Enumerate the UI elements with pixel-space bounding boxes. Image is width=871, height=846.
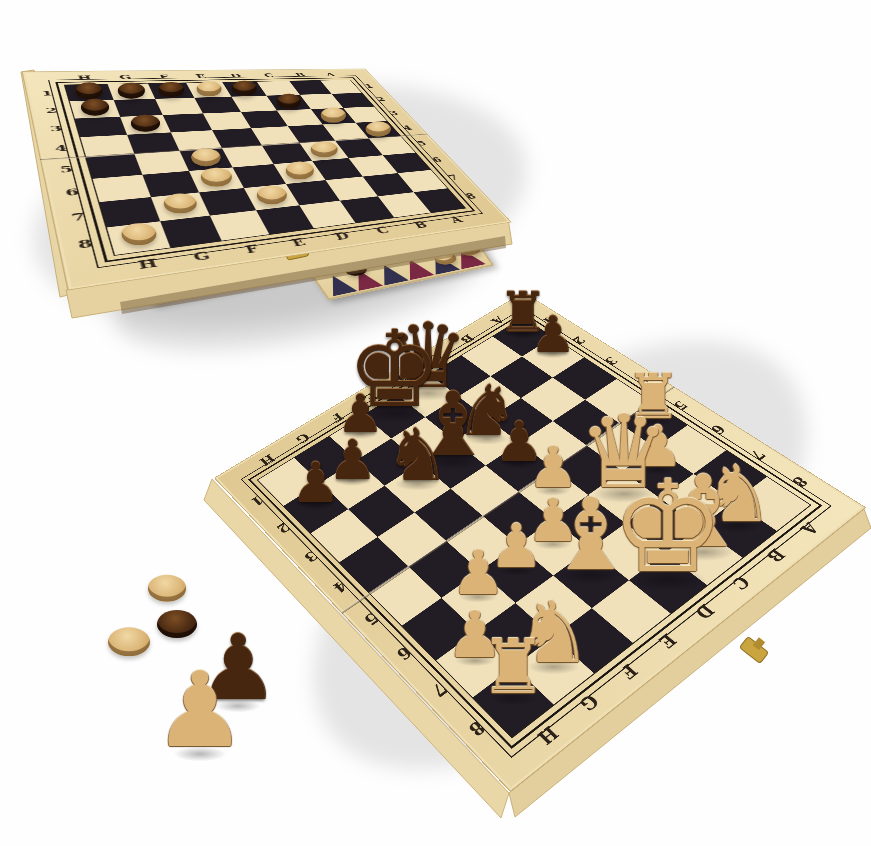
piece-ground-shadow xyxy=(173,746,226,761)
coordinate-label: 1 xyxy=(28,85,66,102)
loose-checker-disc-dark[interactable] xyxy=(157,610,197,638)
chess-grid xyxy=(258,318,810,737)
coordinate-label: H xyxy=(61,72,107,84)
pawn-glyph: ♟ xyxy=(153,649,246,771)
coordinate-label: F xyxy=(142,71,185,82)
chess-board[interactable]: ABCDEFGH ABCDEFGH 87654321 87654321 xyxy=(258,318,810,737)
checkers-board[interactable]: HGFEDCBA HGFEDCBA 12345678 12345678 xyxy=(65,80,465,255)
loose-checker-disc-light[interactable] xyxy=(108,627,150,656)
coordinate-label: 8 xyxy=(60,228,111,262)
loose-chess-pawn-dark[interactable]: ♟ xyxy=(197,623,278,713)
checkers-square-1-1[interactable] xyxy=(65,84,114,101)
piece-ground-shadow xyxy=(215,699,261,712)
loose-checker-disc-light[interactable] xyxy=(148,575,186,602)
coordinate-label: 3 xyxy=(35,119,76,140)
backgammon-point xyxy=(320,273,358,297)
coordinate-label: 2 xyxy=(32,101,72,120)
checkers-square-2-2[interactable] xyxy=(114,99,163,117)
coordinate-label: G xyxy=(103,72,147,83)
checkers-square-1-2[interactable] xyxy=(70,100,120,119)
loose-chess-pawn-light[interactable]: ♟ xyxy=(153,658,246,762)
backgammon-point xyxy=(144,278,183,302)
pawn-glyph: ♟ xyxy=(197,615,278,720)
checkers-square-2-1[interactable] xyxy=(108,84,155,100)
product-photo-scene: HGFEDCBA HGFEDCBA 12345678 12345678 ABCD… xyxy=(0,0,871,846)
chess-box-latch-icon xyxy=(739,632,772,664)
